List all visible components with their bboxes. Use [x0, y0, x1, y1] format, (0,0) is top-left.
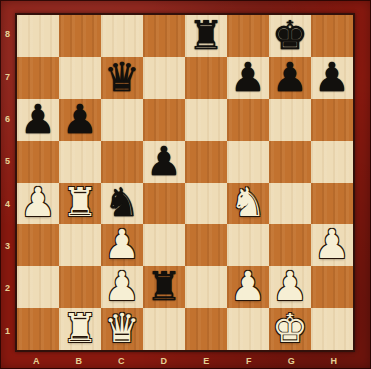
- white-rook-icon[interactable]: ♜: [62, 308, 98, 348]
- square-h3[interactable]: ♟: [311, 224, 353, 266]
- rank-label-2: 2: [0, 267, 15, 309]
- square-f2[interactable]: ♟: [227, 266, 269, 308]
- chess-board: ♜♚♛♟♟♟♟♟♟♟♜♞♞♟♟♟♜♟♟♜♛♚: [15, 13, 355, 352]
- square-d5[interactable]: ♟: [143, 141, 185, 183]
- square-c7[interactable]: ♛: [101, 57, 143, 99]
- black-pawn-icon[interactable]: ♟: [230, 57, 266, 97]
- white-pawn-icon[interactable]: ♟: [314, 224, 350, 264]
- square-c5[interactable]: [101, 141, 143, 183]
- square-f8[interactable]: [227, 15, 269, 57]
- square-f5[interactable]: [227, 141, 269, 183]
- square-a5[interactable]: [17, 141, 59, 183]
- square-d1[interactable]: [143, 308, 185, 350]
- square-d7[interactable]: [143, 57, 185, 99]
- square-c2[interactable]: ♟: [101, 266, 143, 308]
- square-h8[interactable]: [311, 15, 353, 57]
- black-pawn-icon[interactable]: ♟: [314, 57, 350, 97]
- square-e1[interactable]: [185, 308, 227, 350]
- square-e3[interactable]: [185, 224, 227, 266]
- square-f4[interactable]: ♞: [227, 183, 269, 225]
- square-b4[interactable]: ♜: [59, 183, 101, 225]
- rank-label-4: 4: [0, 183, 15, 225]
- square-a4[interactable]: ♟: [17, 183, 59, 225]
- white-queen-icon[interactable]: ♛: [104, 308, 140, 348]
- square-f6[interactable]: [227, 99, 269, 141]
- square-a7[interactable]: [17, 57, 59, 99]
- rank-coordinates: 87654321: [0, 13, 15, 352]
- square-d3[interactable]: [143, 224, 185, 266]
- square-g7[interactable]: ♟: [269, 57, 311, 99]
- square-h4[interactable]: [311, 183, 353, 225]
- square-d6[interactable]: [143, 99, 185, 141]
- file-label-f: F: [228, 352, 271, 369]
- square-c1[interactable]: ♛: [101, 308, 143, 350]
- board-frame: 87654321 ABCDEFGH ♜♚♛♟♟♟♟♟♟♟♜♞♞♟♟♟♜♟♟♜♛♚: [0, 0, 371, 369]
- square-d4[interactable]: [143, 183, 185, 225]
- square-e4[interactable]: [185, 183, 227, 225]
- black-knight-icon[interactable]: ♞: [104, 183, 140, 223]
- square-b3[interactable]: [59, 224, 101, 266]
- square-g2[interactable]: ♟: [269, 266, 311, 308]
- file-label-g: G: [270, 352, 313, 369]
- square-d2[interactable]: ♜: [143, 266, 185, 308]
- file-label-c: C: [100, 352, 143, 369]
- square-h2[interactable]: [311, 266, 353, 308]
- square-g6[interactable]: [269, 99, 311, 141]
- square-h1[interactable]: [311, 308, 353, 350]
- file-label-h: H: [313, 352, 356, 369]
- square-f7[interactable]: ♟: [227, 57, 269, 99]
- square-h5[interactable]: [311, 141, 353, 183]
- white-king-icon[interactable]: ♚: [272, 308, 308, 348]
- square-g4[interactable]: [269, 183, 311, 225]
- square-e2[interactable]: [185, 266, 227, 308]
- file-label-d: D: [143, 352, 186, 369]
- square-b1[interactable]: ♜: [59, 308, 101, 350]
- square-h7[interactable]: ♟: [311, 57, 353, 99]
- square-a3[interactable]: [17, 224, 59, 266]
- square-b6[interactable]: ♟: [59, 99, 101, 141]
- square-a2[interactable]: [17, 266, 59, 308]
- square-e8[interactable]: ♜: [185, 15, 227, 57]
- square-d8[interactable]: [143, 15, 185, 57]
- square-g5[interactable]: [269, 141, 311, 183]
- file-label-e: E: [185, 352, 228, 369]
- square-b5[interactable]: [59, 141, 101, 183]
- square-e5[interactable]: [185, 141, 227, 183]
- square-c3[interactable]: ♟: [101, 224, 143, 266]
- square-g3[interactable]: [269, 224, 311, 266]
- black-pawn-icon[interactable]: ♟: [272, 57, 308, 97]
- square-c6[interactable]: [101, 99, 143, 141]
- file-coordinates: ABCDEFGH: [15, 352, 355, 369]
- white-pawn-icon[interactable]: ♟: [272, 266, 308, 306]
- white-pawn-icon[interactable]: ♟: [104, 224, 140, 264]
- black-pawn-icon[interactable]: ♟: [62, 99, 98, 139]
- square-b2[interactable]: [59, 266, 101, 308]
- black-pawn-icon[interactable]: ♟: [20, 99, 56, 139]
- white-pawn-icon[interactable]: ♟: [230, 266, 266, 306]
- square-f1[interactable]: [227, 308, 269, 350]
- square-e6[interactable]: [185, 99, 227, 141]
- rank-label-7: 7: [0, 55, 15, 97]
- rank-label-5: 5: [0, 140, 15, 182]
- square-e7[interactable]: [185, 57, 227, 99]
- square-c8[interactable]: [101, 15, 143, 57]
- square-f3[interactable]: [227, 224, 269, 266]
- square-b8[interactable]: [59, 15, 101, 57]
- white-pawn-icon[interactable]: ♟: [104, 266, 140, 306]
- square-h6[interactable]: [311, 99, 353, 141]
- rank-label-6: 6: [0, 98, 15, 140]
- file-label-b: B: [58, 352, 101, 369]
- square-a6[interactable]: ♟: [17, 99, 59, 141]
- black-queen-icon[interactable]: ♛: [104, 57, 140, 97]
- square-g1[interactable]: ♚: [269, 308, 311, 350]
- rank-label-8: 8: [0, 13, 15, 55]
- black-pawn-icon[interactable]: ♟: [146, 141, 182, 181]
- square-a1[interactable]: [17, 308, 59, 350]
- white-rook-icon[interactable]: ♜: [62, 183, 98, 223]
- white-knight-icon[interactable]: ♞: [230, 183, 266, 223]
- square-c4[interactable]: ♞: [101, 183, 143, 225]
- white-pawn-icon[interactable]: ♟: [20, 183, 56, 223]
- black-king-icon[interactable]: ♚: [272, 15, 308, 55]
- square-b7[interactable]: [59, 57, 101, 99]
- rank-label-1: 1: [0, 310, 15, 352]
- rank-label-3: 3: [0, 225, 15, 267]
- black-rook-icon[interactable]: ♜: [146, 266, 182, 306]
- file-label-a: A: [15, 352, 58, 369]
- black-rook-icon[interactable]: ♜: [188, 15, 224, 55]
- square-a8[interactable]: [17, 15, 59, 57]
- square-g8[interactable]: ♚: [269, 15, 311, 57]
